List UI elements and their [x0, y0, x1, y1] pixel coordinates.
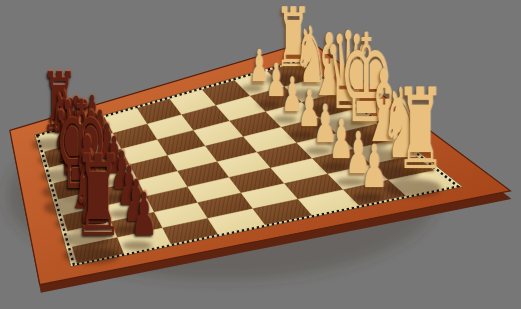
chess-board [0, 0, 521, 309]
photo-scene: ♜♟♞♟♝♟♛♟♟♚♜♟♟♝♞♟♟♞♝♟♟♜♛♟♟♚♟♝♟♞♟♜ [0, 0, 521, 309]
